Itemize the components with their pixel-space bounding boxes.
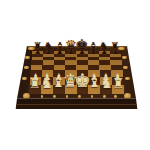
gold-oval-right-1 [122, 56, 127, 59]
piece-black-r-a8: ♜ [33, 42, 43, 53]
square-a2 [30, 77, 42, 85]
gold-dot-front-1 [41, 95, 44, 97]
square-b3 [42, 70, 54, 76]
square-b4 [42, 65, 53, 70]
piece-black-p-c7: ♟ [57, 48, 63, 55]
square-g8 [99, 51, 110, 54]
square-c7 [54, 54, 65, 57]
gold-oval-right-3 [125, 77, 130, 80]
piece-white-p-b2: ♟ [43, 73, 51, 82]
hinge-layer [0, 0, 150, 150]
piece-white-p-a2: ♟ [31, 73, 39, 82]
gold-dot-front-7 [114, 95, 117, 97]
square-e6 [76, 57, 87, 61]
gold-dot-front-5 [91, 95, 94, 97]
board-rank-7 [32, 54, 121, 57]
gold-accent-far-right [118, 47, 125, 50]
piece-black-p-g7: ♟ [101, 48, 107, 55]
square-h7 [110, 54, 121, 57]
square-e4 [76, 65, 87, 70]
square-b2 [41, 77, 53, 85]
piece-white-r-h1: ♜ [112, 77, 124, 90]
square-f4 [88, 65, 99, 70]
piece-black-b-c8: ♝ [55, 41, 66, 53]
piece-white-p-h2: ♟ [114, 73, 122, 82]
piece-white-p-f2: ♟ [90, 73, 98, 82]
board-rank-6 [32, 57, 122, 61]
square-g5 [99, 60, 110, 65]
hinge-seam [16, 104, 137, 105]
square-a8 [32, 51, 43, 54]
piece-black-k-e8: ♚ [75, 38, 88, 53]
square-a6 [32, 57, 43, 61]
square-a5 [31, 60, 42, 65]
square-e3 [77, 70, 89, 76]
square-h2 [112, 77, 124, 85]
pieces-layer: ♜♞♝♛♚♝♞♜♟♟♟♟♟♟♟♟♟♟♟♟♟♟♟♟♜♞♝♛♚♝♞♜ [0, 0, 150, 150]
piece-white-q-d1: ♛ [63, 73, 78, 90]
square-h3 [111, 70, 123, 76]
square-g3 [100, 70, 112, 76]
square-f6 [88, 57, 99, 61]
square-f1 [88, 85, 100, 94]
square-h1 [112, 85, 124, 94]
piece-black-r-h8: ♜ [110, 42, 120, 53]
square-f8 [88, 51, 99, 54]
piece-white-k-e1: ♚ [74, 72, 91, 91]
square-a7 [32, 54, 43, 57]
square-f3 [88, 70, 100, 76]
piece-black-n-g8: ♞ [99, 41, 109, 52]
board-rank-1 [29, 85, 125, 94]
board-far-edge-highlight [0, 0, 150, 150]
board-grid [0, 0, 150, 150]
square-g2 [100, 77, 112, 85]
gold-oval-left-3 [22, 77, 27, 80]
square-e2 [76, 77, 88, 85]
square-f2 [88, 77, 100, 85]
square-c5 [54, 60, 65, 65]
square-e5 [77, 60, 88, 65]
square-d3 [65, 70, 77, 76]
piece-black-n-b8: ♞ [44, 41, 54, 52]
board-frame [0, 0, 150, 150]
gold-oval-left-2 [24, 66, 29, 69]
square-f5 [88, 60, 99, 65]
square-d6 [65, 57, 76, 61]
square-f7 [88, 54, 99, 57]
piece-black-p-a7: ♟ [34, 48, 40, 55]
board-lighting [0, 0, 150, 150]
square-c3 [53, 70, 65, 76]
square-e1 [77, 85, 89, 94]
piece-black-p-f7: ♟ [90, 48, 96, 55]
gold-oval-left-1 [25, 56, 30, 59]
gold-dot-front-2 [53, 95, 56, 97]
square-h4 [111, 65, 122, 70]
board-decorations [0, 0, 150, 150]
board-rank-4 [31, 65, 122, 70]
piece-black-p-e7: ♟ [79, 48, 85, 55]
square-c1 [53, 85, 65, 94]
chess-set-photo: ♜♞♝♛♚♝♞♜♟♟♟♟♟♟♟♟♟♟♟♟♟♟♟♟♜♞♝♛♚♝♞♜ [0, 0, 150, 150]
piece-white-p-g2: ♟ [102, 73, 110, 82]
board-rank-3 [30, 70, 122, 76]
piece-white-p-d2: ♟ [67, 73, 75, 82]
square-a3 [30, 70, 42, 76]
piece-white-b-f1: ♝ [88, 75, 102, 90]
square-g7 [99, 54, 110, 57]
piece-black-p-h7: ♟ [112, 48, 118, 55]
square-c6 [54, 57, 65, 61]
square-d4 [65, 65, 76, 70]
square-g4 [99, 65, 110, 70]
square-g6 [99, 57, 110, 61]
square-d5 [65, 60, 76, 65]
square-d7 [65, 54, 76, 57]
square-b8 [43, 51, 54, 54]
gold-dot-front-4 [78, 95, 81, 97]
piece-black-b-f8: ♝ [88, 41, 99, 53]
piece-white-p-c2: ♟ [55, 73, 63, 82]
square-h5 [110, 60, 121, 65]
square-d8 [65, 51, 76, 54]
piece-white-p-e2: ♟ [78, 73, 86, 82]
square-a1 [29, 85, 41, 94]
piece-white-n-g1: ♞ [100, 76, 113, 90]
piece-black-q-d8: ♛ [65, 39, 77, 53]
board-rank-5 [31, 60, 121, 65]
board-rank-2 [30, 77, 124, 85]
board-rank-8 [32, 51, 120, 54]
square-e8 [76, 51, 87, 54]
square-b5 [43, 60, 54, 65]
square-h6 [110, 57, 121, 61]
gold-rosette-front-left [23, 93, 30, 99]
gold-dot-front-6 [103, 95, 106, 97]
gold-rosette-front-right [124, 93, 131, 99]
gold-accent-far-left [28, 47, 35, 50]
square-a4 [31, 65, 42, 70]
square-d2 [65, 77, 77, 85]
gold-dot-front-3 [66, 95, 69, 97]
square-b6 [43, 57, 54, 61]
square-d1 [65, 85, 77, 94]
square-b1 [41, 85, 53, 94]
piece-black-p-d7: ♟ [68, 48, 74, 55]
square-c8 [54, 51, 65, 54]
piece-white-r-a1: ♜ [29, 77, 41, 90]
square-c4 [54, 65, 65, 70]
square-b7 [43, 54, 54, 57]
piece-white-b-c1: ♝ [52, 75, 66, 90]
gold-oval-right-2 [123, 66, 128, 69]
box-front-face [0, 0, 150, 150]
square-g1 [100, 85, 112, 94]
piece-black-p-b7: ♟ [46, 48, 52, 55]
square-h8 [110, 51, 121, 54]
square-e7 [77, 54, 88, 57]
square-c2 [53, 77, 65, 85]
piece-white-n-b1: ♞ [40, 76, 53, 90]
